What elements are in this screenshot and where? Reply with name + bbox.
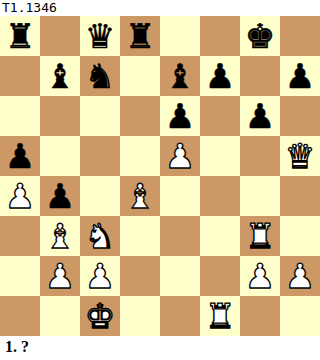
square-e5[interactable]: ♟ <box>160 136 200 176</box>
square-d6[interactable] <box>120 96 160 136</box>
piece-black-bishop: ♝ <box>165 56 195 96</box>
square-h4[interactable] <box>280 176 320 216</box>
square-h1[interactable] <box>280 296 320 336</box>
square-b4[interactable]: ♟ <box>40 176 80 216</box>
piece-white-rook: ♜ <box>205 296 235 336</box>
square-c3[interactable]: ♞ <box>80 216 120 256</box>
square-d4[interactable]: ♝ <box>120 176 160 216</box>
square-a3[interactable] <box>0 216 40 256</box>
square-b3[interactable]: ♝ <box>40 216 80 256</box>
square-d8[interactable]: ♜ <box>120 16 160 56</box>
square-h5[interactable]: ♛ <box>280 136 320 176</box>
square-e4[interactable] <box>160 176 200 216</box>
square-a2[interactable] <box>0 256 40 296</box>
piece-black-rook: ♜ <box>125 16 155 56</box>
square-d3[interactable] <box>120 216 160 256</box>
square-b6[interactable] <box>40 96 80 136</box>
piece-black-pawn: ♟ <box>165 96 195 136</box>
square-g5[interactable] <box>240 136 280 176</box>
piece-white-pawn: ♟ <box>165 136 195 176</box>
square-g6[interactable]: ♟ <box>240 96 280 136</box>
square-g1[interactable] <box>240 296 280 336</box>
square-d7[interactable] <box>120 56 160 96</box>
square-h8[interactable] <box>280 16 320 56</box>
square-e3[interactable] <box>160 216 200 256</box>
piece-black-pawn: ♟ <box>205 56 235 96</box>
square-b5[interactable] <box>40 136 80 176</box>
square-f5[interactable] <box>200 136 240 176</box>
square-d2[interactable] <box>120 256 160 296</box>
square-a4[interactable]: ♟ <box>0 176 40 216</box>
square-a1[interactable] <box>0 296 40 336</box>
square-a7[interactable] <box>0 56 40 96</box>
square-a6[interactable] <box>0 96 40 136</box>
puzzle-id-label: T1.1346 <box>2 0 57 16</box>
piece-black-pawn: ♟ <box>45 176 75 216</box>
square-f6[interactable] <box>200 96 240 136</box>
square-e2[interactable] <box>160 256 200 296</box>
square-g8[interactable]: ♚ <box>240 16 280 56</box>
piece-white-pawn: ♟ <box>5 176 35 216</box>
square-f4[interactable] <box>200 176 240 216</box>
square-b1[interactable] <box>40 296 80 336</box>
chess-board: ♜♛♜♚♝♞♝♟♟♟♟♟♟♛♟♟♝♝♞♜♟♟♟♟♚♜ <box>0 16 320 336</box>
piece-white-pawn: ♟ <box>245 256 275 296</box>
square-h7[interactable]: ♟ <box>280 56 320 96</box>
square-e7[interactable]: ♝ <box>160 56 200 96</box>
piece-black-bishop: ♝ <box>45 56 75 96</box>
square-f7[interactable]: ♟ <box>200 56 240 96</box>
square-e6[interactable]: ♟ <box>160 96 200 136</box>
piece-white-queen: ♛ <box>285 136 315 176</box>
piece-black-rook: ♜ <box>5 16 35 56</box>
piece-black-pawn: ♟ <box>245 96 275 136</box>
piece-white-pawn: ♟ <box>45 256 75 296</box>
puzzle-page: T1.1346 ♜♛♜♚♝♞♝♟♟♟♟♟♟♛♟♟♝♝♞♜♟♟♟♟♚♜ 1. ? <box>0 0 320 360</box>
square-d5[interactable] <box>120 136 160 176</box>
square-c8[interactable]: ♛ <box>80 16 120 56</box>
square-a5[interactable]: ♟ <box>0 136 40 176</box>
piece-white-king: ♚ <box>85 296 115 336</box>
piece-white-knight: ♞ <box>85 216 115 256</box>
piece-white-bishop: ♝ <box>125 176 155 216</box>
square-h6[interactable] <box>280 96 320 136</box>
piece-white-pawn: ♟ <box>85 256 115 296</box>
square-f1[interactable]: ♜ <box>200 296 240 336</box>
piece-black-pawn: ♟ <box>285 56 315 96</box>
square-g2[interactable]: ♟ <box>240 256 280 296</box>
square-c5[interactable] <box>80 136 120 176</box>
square-c7[interactable]: ♞ <box>80 56 120 96</box>
square-c1[interactable]: ♚ <box>80 296 120 336</box>
square-b7[interactable]: ♝ <box>40 56 80 96</box>
square-b2[interactable]: ♟ <box>40 256 80 296</box>
square-g3[interactable]: ♜ <box>240 216 280 256</box>
piece-black-queen: ♛ <box>85 16 115 56</box>
square-e8[interactable] <box>160 16 200 56</box>
piece-white-pawn: ♟ <box>285 256 315 296</box>
piece-white-bishop: ♝ <box>45 216 75 256</box>
square-h2[interactable]: ♟ <box>280 256 320 296</box>
square-h3[interactable] <box>280 216 320 256</box>
move-prompt-label: 1. ? <box>5 338 29 356</box>
piece-black-pawn: ♟ <box>5 136 35 176</box>
square-c4[interactable] <box>80 176 120 216</box>
square-f2[interactable] <box>200 256 240 296</box>
square-g7[interactable] <box>240 56 280 96</box>
square-e1[interactable] <box>160 296 200 336</box>
square-f8[interactable] <box>200 16 240 56</box>
piece-white-rook: ♜ <box>245 216 275 256</box>
square-c2[interactable]: ♟ <box>80 256 120 296</box>
square-d1[interactable] <box>120 296 160 336</box>
square-f3[interactable] <box>200 216 240 256</box>
square-g4[interactable] <box>240 176 280 216</box>
square-c6[interactable] <box>80 96 120 136</box>
piece-black-knight: ♞ <box>85 56 115 96</box>
square-a8[interactable]: ♜ <box>0 16 40 56</box>
square-b8[interactable] <box>40 16 80 56</box>
piece-black-king: ♚ <box>245 16 275 56</box>
